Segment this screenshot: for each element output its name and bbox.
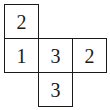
cell-value: 1 (17, 46, 27, 66)
cell-value: 2 (17, 12, 27, 32)
puzzle-board: 2 1 3 2 3 (0, 0, 110, 110)
grid-cell: 3 (38, 38, 73, 73)
cell-value: 3 (51, 46, 61, 66)
grid-cell: 3 (38, 72, 73, 107)
grid-cell: 2 (72, 38, 107, 73)
grid-cell: 2 (4, 4, 39, 39)
grid-cell: 1 (4, 38, 39, 73)
cell-value: 2 (85, 46, 95, 66)
cell-value: 3 (51, 80, 61, 100)
